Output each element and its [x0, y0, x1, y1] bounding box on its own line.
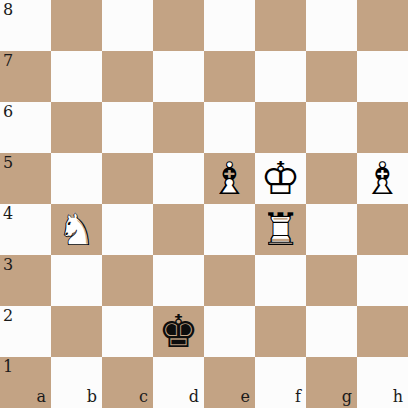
square-e7[interactable]: [204, 51, 255, 102]
square-a8[interactable]: 8: [0, 0, 51, 51]
rank-label-1: 1: [3, 359, 13, 375]
square-c4[interactable]: [102, 204, 153, 255]
square-d1[interactable]: d: [153, 357, 204, 408]
rank-label-4: 4: [3, 206, 13, 222]
file-label-g: g: [342, 389, 352, 405]
square-h7[interactable]: [357, 51, 408, 102]
white-bishop-h5[interactable]: ♝♗: [357, 153, 408, 204]
piece-glyph-outline: ♗: [357, 153, 408, 204]
square-f7[interactable]: [255, 51, 306, 102]
rank-label-2: 2: [3, 308, 13, 324]
square-g8[interactable]: [306, 0, 357, 51]
square-d7[interactable]: [153, 51, 204, 102]
white-knight-b4[interactable]: ♞♘: [51, 204, 102, 255]
square-b8[interactable]: [51, 0, 102, 51]
square-b3[interactable]: [51, 255, 102, 306]
square-b5[interactable]: [51, 153, 102, 204]
file-label-d: d: [189, 389, 199, 405]
square-g4[interactable]: [306, 204, 357, 255]
square-a6[interactable]: 6: [0, 102, 51, 153]
rank-label-3: 3: [3, 257, 13, 273]
square-a7[interactable]: 7: [0, 51, 51, 102]
rank-label-5: 5: [3, 155, 13, 171]
square-c2[interactable]: [102, 306, 153, 357]
square-f3[interactable]: [255, 255, 306, 306]
square-f1[interactable]: f: [255, 357, 306, 408]
square-d4[interactable]: [153, 204, 204, 255]
square-f5[interactable]: ♚♔: [255, 153, 306, 204]
square-g3[interactable]: [306, 255, 357, 306]
square-d5[interactable]: [153, 153, 204, 204]
piece-glyph-outline: ♖: [255, 204, 306, 255]
square-b7[interactable]: [51, 51, 102, 102]
square-a4[interactable]: 4: [0, 204, 51, 255]
piece-glyph-outline: ♘: [51, 204, 102, 255]
square-f2[interactable]: [255, 306, 306, 357]
square-c6[interactable]: [102, 102, 153, 153]
square-b2[interactable]: [51, 306, 102, 357]
square-c5[interactable]: [102, 153, 153, 204]
rank-label-6: 6: [3, 104, 13, 120]
rank-label-8: 8: [3, 2, 13, 18]
square-h5[interactable]: ♝♗: [357, 153, 408, 204]
square-a3[interactable]: 3: [0, 255, 51, 306]
square-b6[interactable]: [51, 102, 102, 153]
file-label-f: f: [295, 389, 301, 405]
file-label-a: a: [36, 389, 46, 405]
piece-glyph-fill: ♚: [153, 306, 204, 357]
square-b1[interactable]: b: [51, 357, 102, 408]
square-g5[interactable]: [306, 153, 357, 204]
file-label-h: h: [393, 389, 403, 405]
square-d2[interactable]: ♚: [153, 306, 204, 357]
chess-board: 8765♝♗♚♔♝♗4♞♘♜♖32♚1abcdefgh: [0, 0, 408, 408]
file-label-e: e: [241, 389, 250, 405]
square-c8[interactable]: [102, 0, 153, 51]
square-d3[interactable]: [153, 255, 204, 306]
square-d8[interactable]: [153, 0, 204, 51]
square-h8[interactable]: [357, 0, 408, 51]
black-king-d2[interactable]: ♚: [153, 306, 204, 357]
square-c1[interactable]: c: [102, 357, 153, 408]
file-label-c: c: [139, 389, 148, 405]
square-g7[interactable]: [306, 51, 357, 102]
square-e3[interactable]: [204, 255, 255, 306]
file-label-b: b: [87, 389, 97, 405]
square-f6[interactable]: [255, 102, 306, 153]
square-h3[interactable]: [357, 255, 408, 306]
white-bishop-e5[interactable]: ♝♗: [204, 153, 255, 204]
square-h2[interactable]: [357, 306, 408, 357]
square-e4[interactable]: [204, 204, 255, 255]
square-a2[interactable]: 2: [0, 306, 51, 357]
square-e6[interactable]: [204, 102, 255, 153]
square-c7[interactable]: [102, 51, 153, 102]
square-e8[interactable]: [204, 0, 255, 51]
square-g2[interactable]: [306, 306, 357, 357]
rank-label-7: 7: [3, 53, 13, 69]
square-e5[interactable]: ♝♗: [204, 153, 255, 204]
piece-glyph-outline: ♗: [204, 153, 255, 204]
square-a5[interactable]: 5: [0, 153, 51, 204]
square-h6[interactable]: [357, 102, 408, 153]
square-d6[interactable]: [153, 102, 204, 153]
square-g6[interactable]: [306, 102, 357, 153]
square-g1[interactable]: g: [306, 357, 357, 408]
square-h4[interactable]: [357, 204, 408, 255]
square-a1[interactable]: 1a: [0, 357, 51, 408]
square-h1[interactable]: h: [357, 357, 408, 408]
white-rook-f4[interactable]: ♜♖: [255, 204, 306, 255]
square-e2[interactable]: [204, 306, 255, 357]
square-e1[interactable]: e: [204, 357, 255, 408]
piece-glyph-outline: ♔: [255, 153, 306, 204]
square-f8[interactable]: [255, 0, 306, 51]
square-c3[interactable]: [102, 255, 153, 306]
white-king-f5[interactable]: ♚♔: [255, 153, 306, 204]
square-b4[interactable]: ♞♘: [51, 204, 102, 255]
square-f4[interactable]: ♜♖: [255, 204, 306, 255]
